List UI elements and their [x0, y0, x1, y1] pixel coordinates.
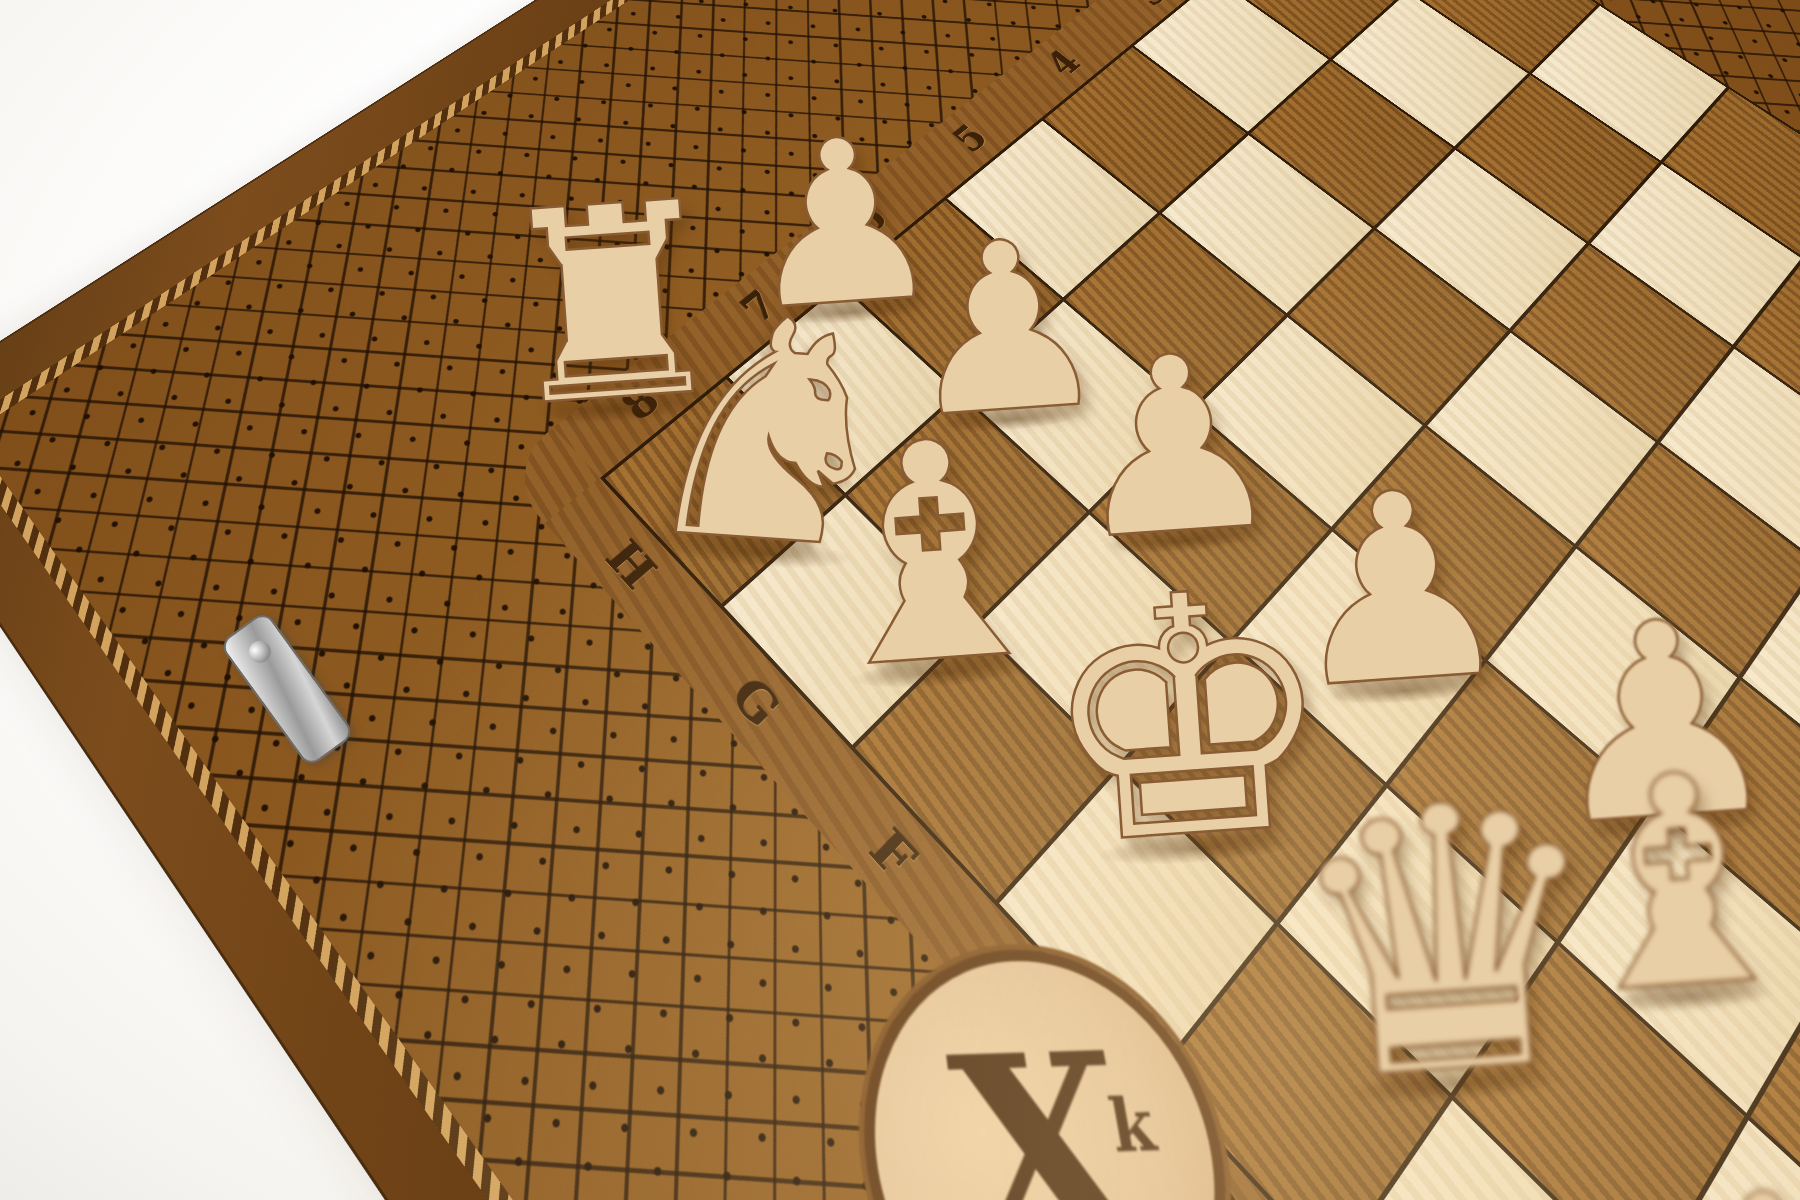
chess-set-photo: 87654321 HGFEDCBA X k ♜♞♝♚♛♝♟♟♟♟♟♟	[0, 0, 1800, 1200]
piece-white-queen-d8[interactable]: ♛	[1272, 748, 1624, 1135]
piece-white-pawn-c7[interactable]: ♟	[1655, 1156, 1800, 1200]
